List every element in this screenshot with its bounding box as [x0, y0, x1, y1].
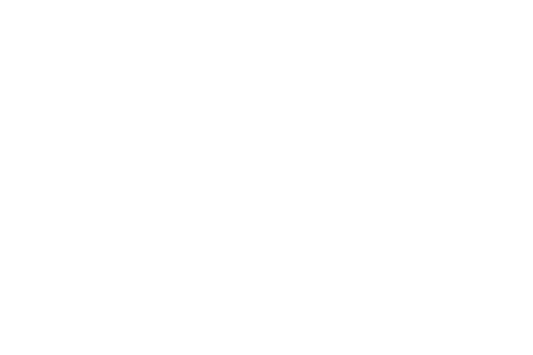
chess-set-photo — [0, 0, 533, 355]
